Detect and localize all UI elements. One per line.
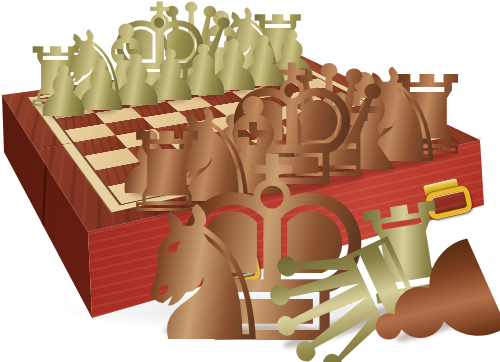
chess-set-product-photo: ♜♞♝♚♛♝♞♜♟♟♟♟♟♟♟♟♟♟♟♟♟♟♟♟♜♞♝♚♛♝♞♜ ♞♚♛♜♟ [0, 0, 500, 362]
folding-seam [41, 161, 47, 245]
